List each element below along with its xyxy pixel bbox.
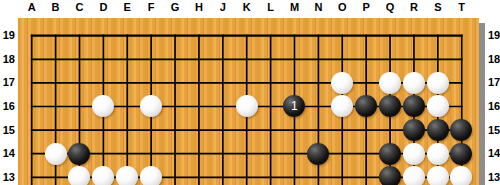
intersection-N16[interactable] xyxy=(306,95,330,119)
intersection-J15[interactable] xyxy=(211,118,235,142)
intersection-B14[interactable] xyxy=(44,142,68,166)
intersection-A16[interactable] xyxy=(20,95,44,119)
intersection-Q17[interactable] xyxy=(378,71,402,95)
intersection-L14[interactable] xyxy=(259,142,283,166)
intersection-B15[interactable] xyxy=(44,118,68,142)
column-label-Q: Q xyxy=(386,1,395,13)
intersection-A14[interactable] xyxy=(20,142,44,166)
intersection-O15[interactable] xyxy=(330,118,354,142)
intersection-P14[interactable] xyxy=(354,142,378,166)
intersection-F19[interactable] xyxy=(139,24,163,48)
intersection-M19[interactable] xyxy=(282,24,306,48)
intersection-H19[interactable] xyxy=(187,24,211,48)
black-stone-R16 xyxy=(403,95,425,117)
intersection-Q16[interactable] xyxy=(378,95,402,119)
intersection-O14[interactable] xyxy=(330,142,354,166)
intersection-J18[interactable] xyxy=(211,47,235,71)
white-stone-Q17 xyxy=(379,72,401,94)
intersection-N17[interactable] xyxy=(306,71,330,95)
column-label-C: C xyxy=(75,1,83,13)
intersection-P19[interactable] xyxy=(354,24,378,48)
intersection-M18[interactable] xyxy=(282,47,306,71)
black-stone-Q14 xyxy=(379,143,401,165)
intersection-L18[interactable] xyxy=(259,47,283,71)
white-stone-O16 xyxy=(331,95,353,117)
intersection-H14[interactable] xyxy=(187,142,211,166)
intersection-S14[interactable] xyxy=(426,142,450,166)
row-label-left-13: 13 xyxy=(0,171,15,184)
intersection-G18[interactable] xyxy=(163,47,187,71)
intersection-D14[interactable] xyxy=(91,142,115,166)
intersection-N13[interactable] xyxy=(306,165,330,185)
white-stone-O17 xyxy=(331,72,353,94)
column-label-E: E xyxy=(124,1,131,13)
intersection-R15[interactable] xyxy=(402,118,426,142)
column-label-G: G xyxy=(171,1,180,13)
intersection-M15[interactable] xyxy=(282,118,306,142)
intersection-T14[interactable] xyxy=(450,142,474,166)
black-stone-P16 xyxy=(355,95,377,117)
intersection-L17[interactable] xyxy=(259,71,283,95)
intersection-B13[interactable] xyxy=(44,165,68,185)
intersection-D18[interactable] xyxy=(91,47,115,71)
intersection-T16[interactable] xyxy=(450,95,474,119)
intersection-T13[interactable] xyxy=(450,165,474,185)
intersection-Q14[interactable] xyxy=(378,142,402,166)
white-stone-C13 xyxy=(68,166,90,185)
white-stone-S17 xyxy=(427,72,449,94)
row-label-right-14: 14 xyxy=(488,147,500,160)
column-label-H: H xyxy=(195,1,203,13)
white-stone-T13 xyxy=(450,166,472,185)
intersection-D17[interactable] xyxy=(91,71,115,95)
intersection-K18[interactable] xyxy=(235,47,259,71)
intersection-P18[interactable] xyxy=(354,47,378,71)
column-label-N: N xyxy=(314,1,322,13)
intersection-P15[interactable] xyxy=(354,118,378,142)
white-stone-K16 xyxy=(236,95,258,117)
intersection-F18[interactable] xyxy=(139,47,163,71)
intersection-M17[interactable] xyxy=(282,71,306,95)
white-stone-R14 xyxy=(403,143,425,165)
black-stone-M16: 1 xyxy=(283,95,305,117)
column-label-S: S xyxy=(434,1,441,13)
white-stone-S16 xyxy=(427,95,449,117)
row-label-left-17: 17 xyxy=(0,76,15,89)
column-label-B: B xyxy=(52,1,60,13)
intersection-H15[interactable] xyxy=(187,118,211,142)
white-stone-R13 xyxy=(403,166,425,185)
intersection-P13[interactable] xyxy=(354,165,378,185)
intersection-S13[interactable] xyxy=(426,165,450,185)
intersection-Q15[interactable] xyxy=(378,118,402,142)
intersection-S19[interactable] xyxy=(426,24,450,48)
column-label-D: D xyxy=(99,1,107,13)
intersection-G14[interactable] xyxy=(163,142,187,166)
intersection-F14[interactable] xyxy=(139,142,163,166)
intersection-L19[interactable] xyxy=(259,24,283,48)
row-label-right-17: 17 xyxy=(488,76,500,89)
intersection-B16[interactable] xyxy=(44,95,68,119)
black-stone-R15 xyxy=(403,119,425,141)
intersection-M16[interactable]: 1 xyxy=(282,95,306,119)
intersection-K16[interactable] xyxy=(235,95,259,119)
intersection-R13[interactable] xyxy=(402,165,426,185)
intersection-E14[interactable] xyxy=(115,142,139,166)
intersection-H13[interactable] xyxy=(187,165,211,185)
intersection-N14[interactable] xyxy=(306,142,330,166)
stone-grid: 1 xyxy=(20,24,474,185)
black-stone-T14 xyxy=(450,143,472,165)
white-stone-S13 xyxy=(427,166,449,185)
intersection-H18[interactable] xyxy=(187,47,211,71)
intersection-O19[interactable] xyxy=(330,24,354,48)
intersection-G17[interactable] xyxy=(163,71,187,95)
intersection-N19[interactable] xyxy=(306,24,330,48)
intersection-C18[interactable] xyxy=(68,47,92,71)
black-stone-Q13 xyxy=(379,166,401,185)
column-label-K: K xyxy=(243,1,251,13)
intersection-C14[interactable] xyxy=(68,142,92,166)
row-label-left-19: 19 xyxy=(0,29,15,42)
black-stone-C14 xyxy=(68,143,90,165)
intersection-S18[interactable] xyxy=(426,47,450,71)
intersection-J17[interactable] xyxy=(211,71,235,95)
intersection-E19[interactable] xyxy=(115,24,139,48)
intersection-J13[interactable] xyxy=(211,165,235,185)
intersection-C16[interactable] xyxy=(68,95,92,119)
intersection-S17[interactable] xyxy=(426,71,450,95)
row-label-left-14: 14 xyxy=(0,147,15,160)
intersection-G16[interactable] xyxy=(163,95,187,119)
white-stone-F16 xyxy=(140,95,162,117)
intersection-K15[interactable] xyxy=(235,118,259,142)
intersection-T18[interactable] xyxy=(450,47,474,71)
intersection-L16[interactable] xyxy=(259,95,283,119)
white-stone-B14 xyxy=(45,143,67,165)
intersection-K14[interactable] xyxy=(235,142,259,166)
intersection-J16[interactable] xyxy=(211,95,235,119)
intersection-J14[interactable] xyxy=(211,142,235,166)
intersection-D13[interactable] xyxy=(91,165,115,185)
intersection-A19[interactable] xyxy=(20,24,44,48)
black-stone-Q16 xyxy=(379,95,401,117)
intersection-R19[interactable] xyxy=(402,24,426,48)
intersection-J19[interactable] xyxy=(211,24,235,48)
intersection-C17[interactable] xyxy=(68,71,92,95)
intersection-R14[interactable] xyxy=(402,142,426,166)
intersection-B18[interactable] xyxy=(44,47,68,71)
column-label-O: O xyxy=(338,1,347,13)
intersection-C15[interactable] xyxy=(68,118,92,142)
intersection-G19[interactable] xyxy=(163,24,187,48)
row-label-right-13: 13 xyxy=(488,171,500,184)
row-label-left-15: 15 xyxy=(0,124,15,137)
row-label-right-18: 18 xyxy=(488,53,500,66)
intersection-B17[interactable] xyxy=(44,71,68,95)
intersection-C19[interactable] xyxy=(68,24,92,48)
intersection-N15[interactable] xyxy=(306,118,330,142)
white-stone-S14 xyxy=(427,143,449,165)
black-stone-N14 xyxy=(307,143,329,165)
intersection-S16[interactable] xyxy=(426,95,450,119)
column-label-R: R xyxy=(410,1,418,13)
intersection-O18[interactable] xyxy=(330,47,354,71)
row-label-right-19: 19 xyxy=(488,29,500,42)
intersection-K13[interactable] xyxy=(235,165,259,185)
intersection-D15[interactable] xyxy=(91,118,115,142)
intersection-P17[interactable] xyxy=(354,71,378,95)
intersection-Q13[interactable] xyxy=(378,165,402,185)
intersection-R18[interactable] xyxy=(402,47,426,71)
white-stone-D16 xyxy=(92,95,114,117)
move-number-label: 1 xyxy=(283,95,305,117)
intersection-G13[interactable] xyxy=(163,165,187,185)
row-label-right-15: 15 xyxy=(488,124,500,137)
intersection-T19[interactable] xyxy=(450,24,474,48)
intersection-B19[interactable] xyxy=(44,24,68,48)
intersection-E15[interactable] xyxy=(115,118,139,142)
intersection-G15[interactable] xyxy=(163,118,187,142)
intersection-D19[interactable] xyxy=(91,24,115,48)
column-label-P: P xyxy=(362,1,369,13)
intersection-F15[interactable] xyxy=(139,118,163,142)
intersection-H17[interactable] xyxy=(187,71,211,95)
intersection-A17[interactable] xyxy=(20,71,44,95)
intersection-A13[interactable] xyxy=(20,165,44,185)
intersection-R16[interactable] xyxy=(402,95,426,119)
column-label-J: J xyxy=(220,1,226,13)
intersection-K17[interactable] xyxy=(235,71,259,95)
row-label-left-18: 18 xyxy=(0,53,15,66)
intersection-L13[interactable] xyxy=(259,165,283,185)
intersection-P16[interactable] xyxy=(354,95,378,119)
go-board-screenshot: ABCDEFGHJKLMNOPQRST 19181716151413 19181… xyxy=(0,0,500,185)
intersection-Q18[interactable] xyxy=(378,47,402,71)
column-label-A: A xyxy=(28,1,36,13)
intersection-R17[interactable] xyxy=(402,71,426,95)
intersection-T15[interactable] xyxy=(450,118,474,142)
intersection-T17[interactable] xyxy=(450,71,474,95)
intersection-F17[interactable] xyxy=(139,71,163,95)
intersection-S15[interactable] xyxy=(426,118,450,142)
intersection-E16[interactable] xyxy=(115,95,139,119)
intersection-L15[interactable] xyxy=(259,118,283,142)
intersection-F13[interactable] xyxy=(139,165,163,185)
intersection-A18[interactable] xyxy=(20,47,44,71)
intersection-N18[interactable] xyxy=(306,47,330,71)
intersection-D16[interactable] xyxy=(91,95,115,119)
white-stone-R17 xyxy=(403,72,425,94)
white-stone-D13 xyxy=(92,166,114,185)
white-stone-E13 xyxy=(116,166,138,185)
intersection-M14[interactable] xyxy=(282,142,306,166)
intersection-K19[interactable] xyxy=(235,24,259,48)
column-label-F: F xyxy=(148,1,155,13)
intersection-O13[interactable] xyxy=(330,165,354,185)
white-stone-F13 xyxy=(140,166,162,185)
column-label-L: L xyxy=(267,1,274,13)
black-stone-S15 xyxy=(427,119,449,141)
intersection-O16[interactable] xyxy=(330,95,354,119)
intersection-E18[interactable] xyxy=(115,47,139,71)
intersection-H16[interactable] xyxy=(187,95,211,119)
intersection-C13[interactable] xyxy=(68,165,92,185)
intersection-M13[interactable] xyxy=(282,165,306,185)
intersection-O17[interactable] xyxy=(330,71,354,95)
intersection-E17[interactable] xyxy=(115,71,139,95)
intersection-F16[interactable] xyxy=(139,95,163,119)
row-label-right-16: 16 xyxy=(488,100,500,113)
intersection-E13[interactable] xyxy=(115,165,139,185)
column-label-T: T xyxy=(458,1,465,13)
black-stone-T15 xyxy=(450,119,472,141)
intersection-A15[interactable] xyxy=(20,118,44,142)
intersection-Q19[interactable] xyxy=(378,24,402,48)
column-label-M: M xyxy=(290,1,299,13)
row-label-left-16: 16 xyxy=(0,100,15,113)
